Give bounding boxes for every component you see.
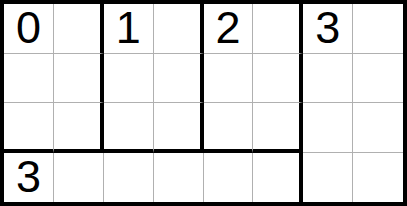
region-clue: 3 — [315, 5, 340, 50]
grid-cell-r0c4[interactable]: 2 — [204, 4, 254, 54]
puzzle-board: 01233 — [0, 0, 407, 206]
grid-cell-r0c0[interactable]: 0 — [4, 4, 54, 54]
grid-cell-r1c4[interactable] — [204, 54, 254, 104]
grid-cell-r2c3[interactable] — [154, 103, 204, 153]
grid-cell-r3c6[interactable] — [303, 153, 353, 203]
grid-cell-r1c3[interactable] — [154, 54, 204, 104]
puzzle-stage: 01233 — [0, 0, 407, 206]
region-clue: 0 — [16, 5, 41, 50]
grid-cell-r1c1[interactable] — [54, 54, 104, 104]
grid-cell-r2c0[interactable] — [4, 103, 54, 153]
grid-cell-r3c1[interactable] — [54, 153, 104, 203]
grid-cell-r3c2[interactable] — [104, 153, 154, 203]
grid-cell-r0c3[interactable] — [154, 4, 204, 54]
region-clue: 3 — [16, 154, 41, 199]
grid-cell-r0c2[interactable]: 1 — [104, 4, 154, 54]
grid-cell-r3c5[interactable] — [253, 153, 303, 203]
grid-cell-r0c6[interactable]: 3 — [303, 4, 353, 54]
grid-cell-r0c1[interactable] — [54, 4, 104, 54]
grid-cell-r1c7[interactable] — [353, 54, 403, 104]
grid-cell-r3c3[interactable] — [154, 153, 204, 203]
grid-cell-r1c6[interactable] — [303, 54, 353, 104]
grid-cell-r2c4[interactable] — [204, 103, 254, 153]
grid-cell-r3c7[interactable] — [353, 153, 403, 203]
grid-cell-r1c2[interactable] — [104, 54, 154, 104]
grid-cell-r3c4[interactable] — [204, 153, 254, 203]
grid-cell-r2c2[interactable] — [104, 103, 154, 153]
grid-cell-r2c1[interactable] — [54, 103, 104, 153]
grid-cell-r1c5[interactable] — [253, 54, 303, 104]
region-clue: 1 — [116, 5, 141, 50]
grid-cell-r2c5[interactable] — [253, 103, 303, 153]
grid-cell-r0c5[interactable] — [253, 4, 303, 54]
grid-cell-r2c6[interactable] — [303, 103, 353, 153]
grid-cell-r0c7[interactable] — [353, 4, 403, 54]
grid-cell-r2c7[interactable] — [353, 103, 403, 153]
grid-cell-r1c0[interactable] — [4, 54, 54, 104]
region-clue: 2 — [215, 5, 240, 50]
grid-cell-r3c0[interactable]: 3 — [4, 153, 54, 203]
